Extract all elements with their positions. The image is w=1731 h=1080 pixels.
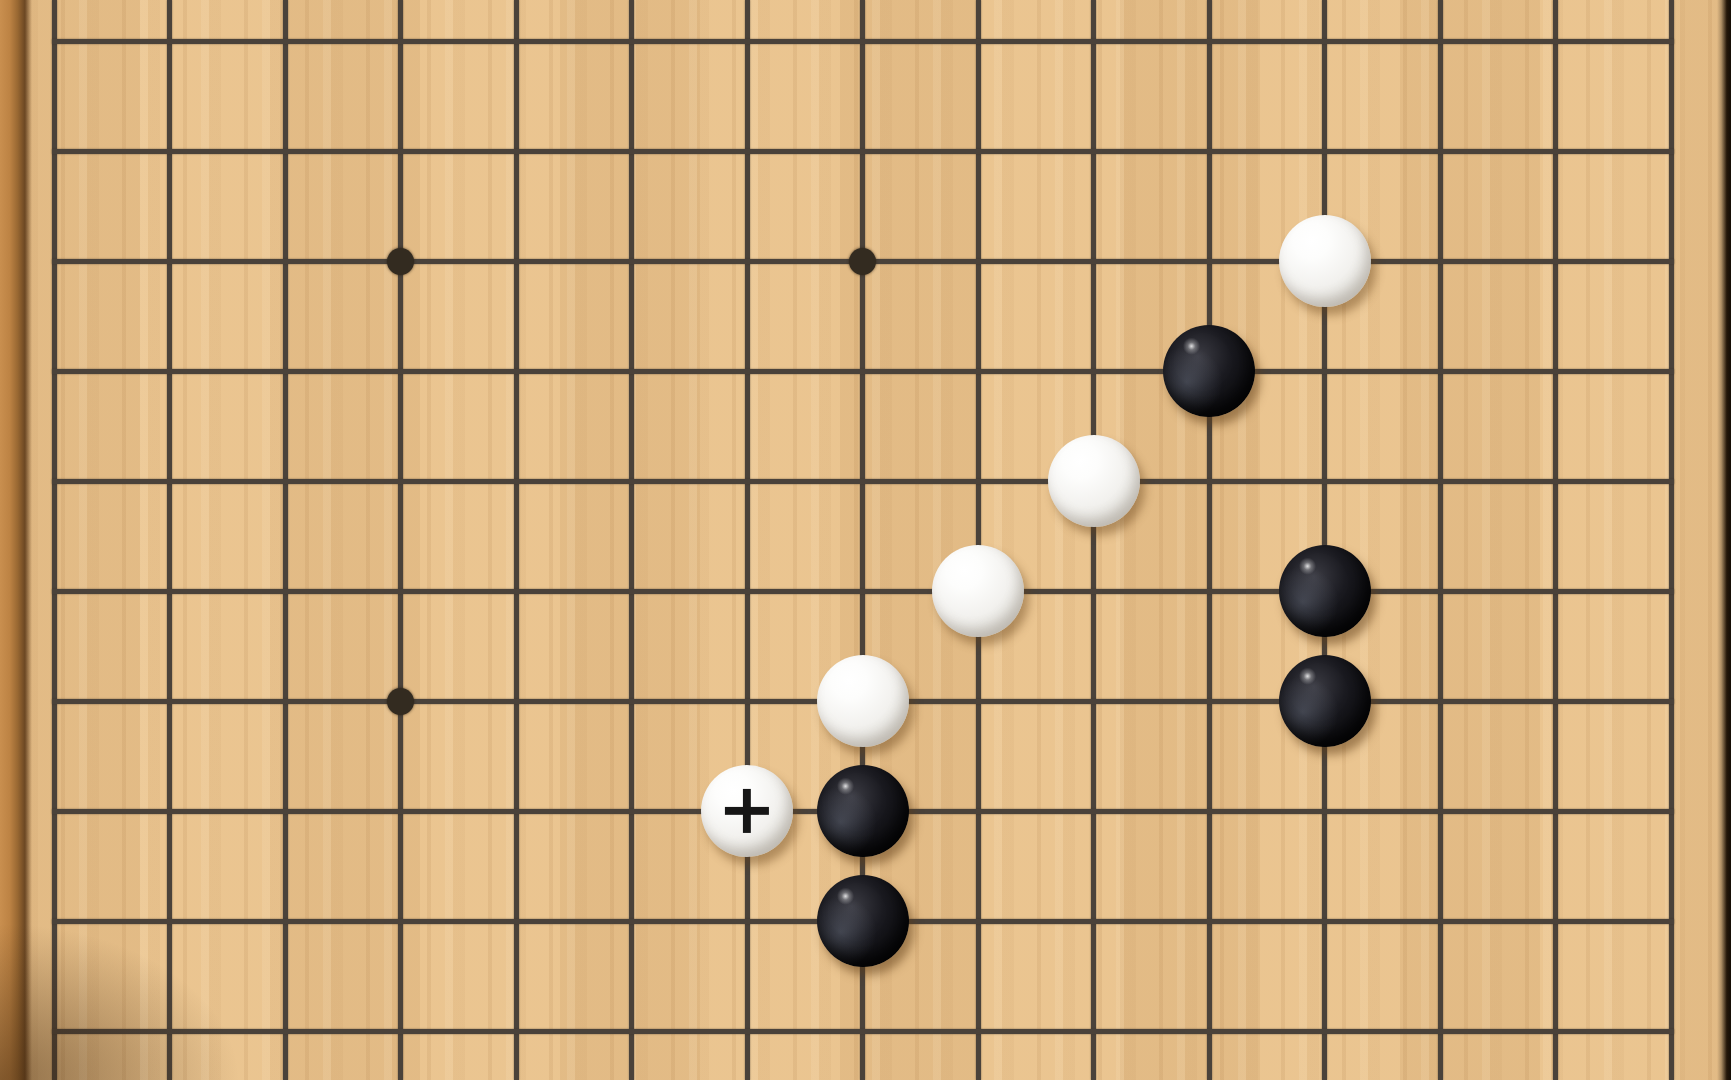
stone-white-c7r9 — [701, 765, 793, 857]
stone-black-c8r10 — [817, 875, 909, 967]
goban-board[interactable] — [0, 0, 1731, 1080]
stone-black-c12r8 — [1279, 655, 1371, 747]
stone-white-c9r7 — [932, 545, 1024, 637]
stone-black-c12r7 — [1279, 545, 1371, 637]
stones-layer — [0, 0, 1731, 1080]
stone-black-c11r5 — [1163, 325, 1255, 417]
stone-white-c12r4 — [1279, 215, 1371, 307]
stone-black-c8r9 — [817, 765, 909, 857]
stone-white-c10r6 — [1048, 435, 1140, 527]
stone-white-c8r8 — [817, 655, 909, 747]
last-move-marker-icon — [725, 789, 769, 833]
